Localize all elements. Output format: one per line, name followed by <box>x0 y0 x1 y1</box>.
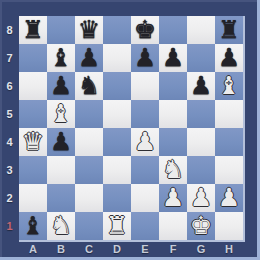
square-h8[interactable]: ♜ <box>215 16 243 44</box>
file-label-e: E <box>131 243 159 257</box>
white-queen: ♛ <box>22 128 44 156</box>
rank-label-2: 2 <box>0 184 19 212</box>
square-c8[interactable]: ♛ <box>75 16 103 44</box>
file-label-f: F <box>159 243 187 257</box>
file-label-a: A <box>19 243 47 257</box>
rank-label-1: 1 <box>0 212 19 240</box>
black-bishop: ♝ <box>22 212 44 240</box>
white-bishop: ♝ <box>218 72 240 100</box>
square-b1[interactable]: ♞ <box>47 212 75 240</box>
square-b6[interactable]: ♟ <box>47 72 75 100</box>
white-rook: ♜ <box>106 212 128 240</box>
square-f2[interactable]: ♟ <box>159 184 187 212</box>
file-label-b: B <box>47 243 75 257</box>
square-d1[interactable]: ♜ <box>103 212 131 240</box>
black-king: ♚ <box>134 16 156 44</box>
square-b5[interactable]: ♝ <box>47 100 75 128</box>
black-pawn: ♟ <box>218 44 240 72</box>
black-pawn: ♟ <box>190 72 212 100</box>
square-b4[interactable]: ♟ <box>47 128 75 156</box>
square-a2[interactable] <box>19 184 47 212</box>
white-bishop: ♝ <box>50 100 72 128</box>
white-knight: ♞ <box>50 212 72 240</box>
rank-label-7: 7 <box>0 44 19 72</box>
square-h3[interactable] <box>215 156 243 184</box>
square-c1[interactable] <box>75 212 103 240</box>
white-pawn: ♟ <box>162 184 184 212</box>
square-g6[interactable]: ♟ <box>187 72 215 100</box>
file-label-h: H <box>215 243 243 257</box>
square-h7[interactable]: ♟ <box>215 44 243 72</box>
square-b2[interactable] <box>47 184 75 212</box>
square-h4[interactable] <box>215 128 243 156</box>
square-c6[interactable]: ♞ <box>75 72 103 100</box>
black-pawn: ♟ <box>50 72 72 100</box>
square-a5[interactable] <box>19 100 47 128</box>
square-f6[interactable] <box>159 72 187 100</box>
square-b8[interactable] <box>47 16 75 44</box>
square-e7[interactable]: ♟ <box>131 44 159 72</box>
square-g5[interactable] <box>187 100 215 128</box>
square-d7[interactable] <box>103 44 131 72</box>
rank-label-5: 5 <box>0 100 19 128</box>
square-a7[interactable] <box>19 44 47 72</box>
white-pawn: ♟ <box>218 184 240 212</box>
black-bishop: ♝ <box>50 44 72 72</box>
square-f8[interactable] <box>159 16 187 44</box>
black-queen: ♛ <box>78 16 100 44</box>
square-a4[interactable]: ♛ <box>19 128 47 156</box>
square-g3[interactable] <box>187 156 215 184</box>
square-d8[interactable] <box>103 16 131 44</box>
chess-diagram-frame: 87654321 ♜♛♚♜♝♟♟♟♟♟♞♟♝♝♛♟♟♞♟♟♟♝♞♜♚ ABCDE… <box>0 0 260 260</box>
square-a6[interactable] <box>19 72 47 100</box>
square-e4[interactable]: ♟ <box>131 128 159 156</box>
square-g8[interactable] <box>187 16 215 44</box>
square-f4[interactable] <box>159 128 187 156</box>
black-rook: ♜ <box>22 16 44 44</box>
square-h6[interactable]: ♝ <box>215 72 243 100</box>
rank-labels: 87654321 <box>0 16 19 240</box>
square-e8[interactable]: ♚ <box>131 16 159 44</box>
square-d2[interactable] <box>103 184 131 212</box>
square-e2[interactable] <box>131 184 159 212</box>
square-g1[interactable]: ♚ <box>187 212 215 240</box>
square-b3[interactable] <box>47 156 75 184</box>
black-pawn: ♟ <box>50 128 72 156</box>
square-b7[interactable]: ♝ <box>47 44 75 72</box>
square-d4[interactable] <box>103 128 131 156</box>
square-h2[interactable]: ♟ <box>215 184 243 212</box>
square-e6[interactable] <box>131 72 159 100</box>
file-labels: ABCDEFGH <box>19 243 243 257</box>
square-g4[interactable] <box>187 128 215 156</box>
square-a1[interactable]: ♝ <box>19 212 47 240</box>
square-f7[interactable]: ♟ <box>159 44 187 72</box>
square-c7[interactable]: ♟ <box>75 44 103 72</box>
square-d3[interactable] <box>103 156 131 184</box>
rank-label-8: 8 <box>0 16 19 44</box>
square-h1[interactable] <box>215 212 243 240</box>
square-g2[interactable]: ♟ <box>187 184 215 212</box>
square-e3[interactable] <box>131 156 159 184</box>
black-rook: ♜ <box>218 16 240 44</box>
file-label-g: G <box>187 243 215 257</box>
chess-board: ♜♛♚♜♝♟♟♟♟♟♞♟♝♝♛♟♟♞♟♟♟♝♞♜♚ <box>19 16 245 242</box>
square-f3[interactable]: ♞ <box>159 156 187 184</box>
rank-label-3: 3 <box>0 156 19 184</box>
square-e5[interactable] <box>131 100 159 128</box>
black-knight: ♞ <box>78 72 100 100</box>
file-label-c: C <box>75 243 103 257</box>
square-a8[interactable]: ♜ <box>19 16 47 44</box>
square-h5[interactable] <box>215 100 243 128</box>
white-knight: ♞ <box>162 156 184 184</box>
square-e1[interactable] <box>131 212 159 240</box>
rank-label-4: 4 <box>0 128 19 156</box>
white-king: ♚ <box>190 212 212 240</box>
white-pawn: ♟ <box>134 128 156 156</box>
black-pawn: ♟ <box>134 44 156 72</box>
black-pawn: ♟ <box>78 44 100 72</box>
square-c3[interactable] <box>75 156 103 184</box>
square-d5[interactable] <box>103 100 131 128</box>
square-f1[interactable] <box>159 212 187 240</box>
square-a3[interactable] <box>19 156 47 184</box>
square-c5[interactable] <box>75 100 103 128</box>
black-pawn: ♟ <box>162 44 184 72</box>
square-d6[interactable] <box>103 72 131 100</box>
file-label-d: D <box>103 243 131 257</box>
square-c4[interactable] <box>75 128 103 156</box>
square-f5[interactable] <box>159 100 187 128</box>
rank-label-6: 6 <box>0 72 19 100</box>
square-g7[interactable] <box>187 44 215 72</box>
white-pawn: ♟ <box>190 184 212 212</box>
square-c2[interactable] <box>75 184 103 212</box>
